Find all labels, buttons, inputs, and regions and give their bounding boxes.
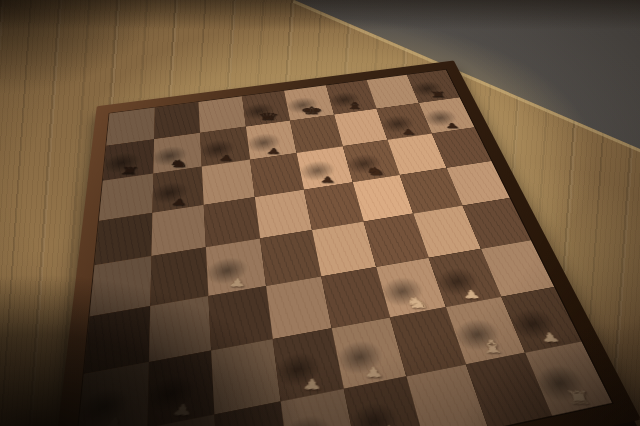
piece-black-rook-a7[interactable]: ♜ (118, 166, 142, 176)
square-a7[interactable]: ♜ (103, 139, 154, 181)
piece-white-bishop-g2[interactable]: ♝ (477, 338, 509, 356)
square-d3[interactable] (266, 276, 332, 339)
board-grid: ♛♚♝♜♜♞♟♟♟♟♟♟♞♟♞♟♟♟♟♟♝♟♜♞♝♛♚♜ (70, 70, 613, 426)
piece-white-pawn-a2[interactable]: ♟ (101, 416, 128, 426)
piece-white-pawn-d2[interactable]: ♟ (301, 378, 323, 392)
piece-black-rook-h8[interactable]: ♜ (428, 91, 448, 99)
square-a6[interactable] (99, 174, 153, 221)
piece-black-bishop-f8[interactable]: ♝ (345, 101, 365, 110)
square-d5[interactable] (254, 189, 312, 238)
piece-black-pawn-g7[interactable]: ♟ (401, 128, 417, 135)
piece-black-queen-d8[interactable]: ♛ (256, 112, 280, 122)
square-h3[interactable] (480, 240, 554, 297)
piece-black-pawn-e6[interactable]: ♟ (319, 176, 336, 184)
piece-white-pawn-h2[interactable]: ♟ (538, 331, 562, 344)
piece-black-pawn-h7[interactable]: ♟ (444, 122, 461, 129)
square-c4[interactable]: ♟ (206, 238, 266, 295)
square-b3[interactable] (148, 295, 211, 362)
screenshot-root: ♛♚♝♜♜♞♟♟♟♟♟♟♞♟♞♟♟♟♟♟♝♟♜♞♝♛♚♜ (0, 0, 640, 426)
piece-black-pawn-b6[interactable]: ♟ (169, 198, 188, 207)
board-perspective-wrap: ♛♚♝♜♜♞♟♟♟♟♟♟♞♟♞♟♟♟♟♟♝♟♜♞♝♛♚♜ (86, 4, 538, 426)
piece-black-pawn-d7[interactable]: ♟ (265, 147, 282, 155)
piece-black-king-e8[interactable]: ♚ (300, 106, 324, 116)
square-c5[interactable] (204, 197, 260, 247)
square-a2[interactable]: ♟ (77, 362, 148, 426)
piece-white-knight-f3[interactable]: ♞ (403, 295, 430, 310)
piece-black-knight-f6[interactable]: ♞ (364, 166, 386, 177)
piece-black-pawn-c7[interactable]: ♟ (218, 154, 235, 162)
square-b2[interactable]: ♟ (147, 351, 215, 426)
piece-black-knight-b7[interactable]: ♞ (167, 158, 191, 168)
piece-white-rook-h1[interactable]: ♜ (562, 388, 595, 406)
piece-white-pawn-b2[interactable]: ♟ (170, 403, 195, 418)
piece-white-pawn-e2[interactable]: ♟ (363, 366, 385, 380)
square-d4[interactable] (260, 230, 322, 286)
square-h1[interactable]: ♜ (524, 341, 612, 416)
piece-white-pawn-g3[interactable]: ♟ (461, 288, 483, 299)
piece-white-pawn-c4[interactable]: ♟ (227, 277, 248, 288)
square-b6[interactable]: ♟ (152, 167, 204, 213)
